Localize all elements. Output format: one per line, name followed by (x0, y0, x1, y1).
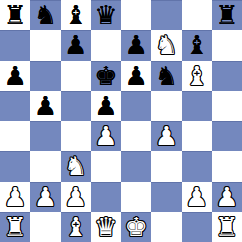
square-f5[interactable] (151, 91, 181, 121)
square-a3[interactable] (0, 151, 30, 181)
square-d3[interactable] (91, 151, 121, 181)
square-h1[interactable]: ♜ (212, 212, 242, 242)
square-b1[interactable] (30, 212, 60, 242)
piece-white-bishop[interactable]: ♝ (64, 212, 87, 242)
square-f3[interactable] (151, 151, 181, 181)
piece-white-pawn[interactable]: ♟ (94, 121, 117, 151)
square-h6[interactable] (212, 61, 242, 91)
square-d4[interactable]: ♟ (91, 121, 121, 151)
square-d7[interactable] (91, 30, 121, 60)
square-d2[interactable] (91, 182, 121, 212)
square-a1[interactable]: ♜ (0, 212, 30, 242)
square-c7[interactable]: ♟ (61, 30, 91, 60)
square-e7[interactable]: ♟ (121, 30, 151, 60)
square-a4[interactable] (0, 121, 30, 151)
piece-black-rook[interactable]: ♜ (215, 0, 238, 30)
piece-white-pawn[interactable]: ♟ (215, 182, 238, 212)
piece-black-pawn[interactable]: ♟ (94, 91, 117, 121)
piece-black-bishop[interactable]: ♝ (64, 0, 87, 30)
square-a5[interactable] (0, 91, 30, 121)
square-g2[interactable]: ♟ (182, 182, 212, 212)
square-g5[interactable] (182, 91, 212, 121)
square-c2[interactable]: ♟ (61, 182, 91, 212)
square-d1[interactable]: ♛ (91, 212, 121, 242)
square-h5[interactable] (212, 91, 242, 121)
piece-white-pawn[interactable]: ♟ (3, 182, 26, 212)
piece-black-pawn[interactable]: ♟ (3, 61, 26, 91)
square-c5[interactable] (61, 91, 91, 121)
square-h7[interactable] (212, 30, 242, 60)
square-c6[interactable] (61, 61, 91, 91)
square-f4[interactable]: ♟ (151, 121, 181, 151)
piece-black-pawn[interactable]: ♟ (64, 30, 87, 60)
square-a8[interactable]: ♜ (0, 0, 30, 30)
square-b4[interactable] (30, 121, 60, 151)
piece-black-knight[interactable]: ♞ (34, 0, 57, 30)
square-g1[interactable] (182, 212, 212, 242)
piece-white-knight[interactable]: ♞ (155, 30, 178, 60)
piece-white-bishop[interactable]: ♝ (185, 61, 208, 91)
square-e6[interactable]: ♟ (121, 61, 151, 91)
piece-white-pawn[interactable]: ♟ (185, 182, 208, 212)
square-a7[interactable] (0, 30, 30, 60)
square-e2[interactable] (121, 182, 151, 212)
square-e3[interactable] (121, 151, 151, 181)
piece-black-rook[interactable]: ♜ (3, 0, 26, 30)
square-c1[interactable]: ♝ (61, 212, 91, 242)
square-e1[interactable]: ♚ (121, 212, 151, 242)
square-h8[interactable]: ♜ (212, 0, 242, 30)
piece-white-rook[interactable]: ♜ (215, 212, 238, 242)
square-e5[interactable] (121, 91, 151, 121)
square-b7[interactable] (30, 30, 60, 60)
piece-black-queen[interactable]: ♛ (94, 0, 117, 30)
square-b3[interactable] (30, 151, 60, 181)
square-f8[interactable] (151, 0, 181, 30)
square-b2[interactable]: ♟ (30, 182, 60, 212)
square-c4[interactable] (61, 121, 91, 151)
piece-white-pawn[interactable]: ♟ (155, 121, 178, 151)
square-d6[interactable]: ♚ (91, 61, 121, 91)
square-f6[interactable]: ♞ (151, 61, 181, 91)
square-a2[interactable]: ♟ (0, 182, 30, 212)
square-d8[interactable]: ♛ (91, 0, 121, 30)
square-g6[interactable]: ♝ (182, 61, 212, 91)
square-b8[interactable]: ♞ (30, 0, 60, 30)
square-g3[interactable] (182, 151, 212, 181)
piece-white-pawn[interactable]: ♟ (64, 182, 87, 212)
piece-white-knight[interactable]: ♞ (64, 151, 87, 181)
square-g8[interactable] (182, 0, 212, 30)
square-b5[interactable]: ♟ (30, 91, 60, 121)
square-h2[interactable]: ♟ (212, 182, 242, 212)
piece-white-pawn[interactable]: ♟ (34, 182, 57, 212)
piece-black-knight[interactable]: ♞ (155, 61, 178, 91)
square-e4[interactable] (121, 121, 151, 151)
square-g4[interactable] (182, 121, 212, 151)
piece-black-pawn[interactable]: ♟ (124, 30, 147, 60)
square-h4[interactable] (212, 121, 242, 151)
square-f2[interactable] (151, 182, 181, 212)
piece-black-king[interactable]: ♚ (94, 61, 117, 91)
piece-white-king[interactable]: ♚ (124, 212, 147, 242)
square-a6[interactable]: ♟ (0, 61, 30, 91)
square-f7[interactable]: ♞ (151, 30, 181, 60)
piece-black-pawn[interactable]: ♟ (124, 61, 147, 91)
piece-white-queen[interactable]: ♛ (94, 212, 117, 242)
square-b6[interactable] (30, 61, 60, 91)
piece-black-pawn[interactable]: ♟ (34, 91, 57, 121)
square-h3[interactable] (212, 151, 242, 181)
piece-black-bishop[interactable]: ♝ (185, 30, 208, 60)
square-c8[interactable]: ♝ (61, 0, 91, 30)
square-f1[interactable] (151, 212, 181, 242)
square-d5[interactable]: ♟ (91, 91, 121, 121)
square-e8[interactable] (121, 0, 151, 30)
piece-white-rook[interactable]: ♜ (3, 212, 26, 242)
chess-board: ♜♞♝♛♜♟♟♞♝♟♚♟♞♝♟♟♟♟♞♟♟♟♟♟♜♝♛♚♜ (0, 0, 242, 242)
square-c3[interactable]: ♞ (61, 151, 91, 181)
square-g7[interactable]: ♝ (182, 30, 212, 60)
